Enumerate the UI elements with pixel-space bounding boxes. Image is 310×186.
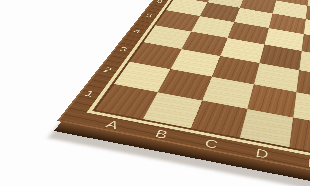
chessboard-photo: ABCDEFGH 12345678 [0,0,310,186]
